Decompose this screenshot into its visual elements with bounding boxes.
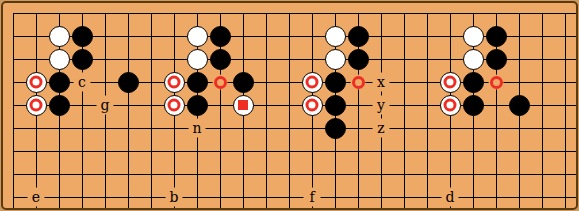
grid-line xyxy=(565,71,566,94)
intersection xyxy=(71,117,94,140)
point-label-z: z xyxy=(373,119,390,138)
intersection xyxy=(531,2,554,25)
grid-line xyxy=(335,140,336,163)
grid-line xyxy=(266,71,267,94)
intersection xyxy=(232,2,255,25)
black-stone xyxy=(187,72,208,93)
point-label-e: e xyxy=(28,188,45,207)
intersection xyxy=(71,25,94,48)
grid-line xyxy=(381,13,382,25)
intersection xyxy=(117,117,140,140)
grid-line xyxy=(151,13,152,25)
intersection xyxy=(531,48,554,71)
grid-line xyxy=(519,71,520,94)
intersection xyxy=(347,71,370,94)
grid-line xyxy=(289,71,290,94)
intersection xyxy=(48,163,71,186)
black-stone xyxy=(118,72,139,93)
point-label-g: g xyxy=(97,96,114,115)
grid-line xyxy=(13,174,25,175)
grid-line xyxy=(289,13,290,25)
black-stone xyxy=(49,72,70,93)
intersection xyxy=(232,25,255,48)
intersection xyxy=(393,71,416,94)
intersection xyxy=(25,163,48,186)
grid-line xyxy=(197,186,198,209)
grid-line xyxy=(312,13,313,25)
point-label-c: c xyxy=(74,73,91,92)
grid-line xyxy=(174,48,175,71)
grid-line xyxy=(450,25,451,48)
grid-line xyxy=(266,94,267,117)
grid-line xyxy=(174,13,175,25)
intersection xyxy=(94,117,117,140)
grid-line xyxy=(289,25,290,48)
red-circle-marker-icon xyxy=(444,99,457,112)
intersection xyxy=(347,25,370,48)
intersection xyxy=(554,71,577,94)
red-circle-marker-icon xyxy=(306,99,319,112)
grid-line xyxy=(13,140,14,163)
grid-line xyxy=(128,117,129,140)
intersection xyxy=(301,94,324,117)
grid-line xyxy=(381,163,382,186)
grid-line xyxy=(565,48,566,71)
labelled-point: c xyxy=(71,71,94,94)
intersection xyxy=(347,117,370,140)
intersection xyxy=(393,117,416,140)
go-board: cgenbxyzfd xyxy=(2,2,577,209)
intersection xyxy=(554,2,577,25)
intersection xyxy=(324,48,347,71)
go-diagram: cgenbxyzfd xyxy=(0,0,579,211)
intersection xyxy=(94,186,117,209)
point-label-b: b xyxy=(166,188,183,207)
intersection xyxy=(347,48,370,71)
grid-line xyxy=(13,13,14,25)
grid-line xyxy=(151,163,152,186)
intersection xyxy=(209,117,232,140)
intersection xyxy=(278,117,301,140)
grid-line xyxy=(13,25,14,48)
intersection xyxy=(508,94,531,117)
intersection xyxy=(462,2,485,25)
white-stone xyxy=(187,49,208,70)
black-stone xyxy=(325,118,346,139)
grid-line xyxy=(36,13,37,25)
grid-line xyxy=(174,25,175,48)
intersection xyxy=(462,25,485,48)
intersection xyxy=(186,163,209,186)
grid-line xyxy=(13,186,14,209)
intersection xyxy=(393,2,416,25)
grid-line xyxy=(220,117,221,140)
intersection xyxy=(554,94,577,117)
intersection xyxy=(462,94,485,117)
point-label-d: d xyxy=(442,188,459,207)
intersection xyxy=(508,140,531,163)
intersection xyxy=(25,117,48,140)
intersection xyxy=(462,117,485,140)
grid-line xyxy=(220,186,221,209)
intersection xyxy=(140,163,163,186)
grid-line xyxy=(289,48,290,71)
grid-line xyxy=(450,117,451,140)
grid-line xyxy=(473,117,474,140)
intersection xyxy=(140,94,163,117)
intersection xyxy=(508,71,531,94)
grid-line xyxy=(243,140,244,163)
grid-line xyxy=(197,163,198,186)
intersection xyxy=(370,140,393,163)
intersection xyxy=(163,117,186,140)
labelled-point: d xyxy=(439,186,462,209)
black-stone xyxy=(325,95,346,116)
grid-line xyxy=(427,71,428,94)
grid-line xyxy=(36,140,37,163)
intersection xyxy=(25,71,48,94)
red-circle-marker-icon xyxy=(30,76,43,89)
intersection xyxy=(232,163,255,186)
labelled-point: n xyxy=(186,117,209,140)
red-circle-marker-icon xyxy=(168,76,181,89)
intersection xyxy=(301,117,324,140)
grid-line xyxy=(220,163,221,186)
grid-line xyxy=(13,151,25,152)
intersection xyxy=(255,48,278,71)
labelled-point: z xyxy=(370,117,393,140)
intersection xyxy=(48,2,71,25)
grid-line xyxy=(220,94,221,117)
intersection xyxy=(209,140,232,163)
intersection xyxy=(232,186,255,209)
intersection xyxy=(347,186,370,209)
intersection xyxy=(2,48,25,71)
grid-line xyxy=(450,48,451,71)
intersection xyxy=(25,25,48,48)
grid-line xyxy=(82,163,83,186)
grid-line xyxy=(266,48,267,71)
intersection xyxy=(554,186,577,209)
grid-line xyxy=(358,186,359,209)
grid-line xyxy=(197,13,198,25)
labelled-point: b xyxy=(163,186,186,209)
intersection xyxy=(508,48,531,71)
grid-line xyxy=(82,117,83,140)
grid-line xyxy=(13,59,25,60)
white-stone xyxy=(463,26,484,47)
intersection xyxy=(209,71,232,94)
intersection xyxy=(25,140,48,163)
white-stone-circled xyxy=(164,72,185,93)
intersection xyxy=(255,71,278,94)
grid-line xyxy=(565,117,566,140)
point-label-f: f xyxy=(304,188,321,207)
intersection xyxy=(278,48,301,71)
black-stone xyxy=(325,72,346,93)
black-stone xyxy=(509,95,530,116)
grid-line xyxy=(243,163,244,186)
grid-line xyxy=(542,140,543,163)
grid-line xyxy=(13,13,25,14)
grid-line xyxy=(542,117,543,140)
intersection xyxy=(186,2,209,25)
intersection xyxy=(485,163,508,186)
grid-line xyxy=(13,71,14,94)
intersection xyxy=(71,163,94,186)
intersection xyxy=(439,94,462,117)
grid-line xyxy=(151,25,152,48)
intersection xyxy=(2,186,25,209)
intersection xyxy=(485,25,508,48)
labelled-point: x xyxy=(370,71,393,94)
grid-line xyxy=(105,48,106,71)
black-stone xyxy=(463,95,484,116)
grid-line xyxy=(289,186,290,209)
grid-line xyxy=(312,140,313,163)
intersection xyxy=(324,163,347,186)
grid-line xyxy=(427,13,428,25)
grid-line xyxy=(404,25,405,48)
grid-line xyxy=(427,117,428,140)
intersection xyxy=(232,94,255,117)
grid-line xyxy=(243,25,244,48)
intersection xyxy=(416,140,439,163)
grid-line xyxy=(335,186,336,209)
black-stone xyxy=(486,26,507,47)
intersection xyxy=(117,94,140,117)
intersection xyxy=(301,25,324,48)
grid-line xyxy=(243,117,244,140)
intersection xyxy=(462,71,485,94)
intersection xyxy=(439,25,462,48)
intersection xyxy=(2,71,25,94)
intersection xyxy=(393,25,416,48)
intersection xyxy=(209,25,232,48)
empty-point-marker xyxy=(351,75,366,90)
grid-line xyxy=(450,140,451,163)
intersection xyxy=(370,186,393,209)
grid-line xyxy=(358,140,359,163)
intersection xyxy=(393,163,416,186)
intersection xyxy=(508,2,531,25)
grid-line xyxy=(404,94,405,117)
red-circle-marker-icon xyxy=(444,76,457,89)
intersection xyxy=(278,186,301,209)
intersection xyxy=(485,186,508,209)
intersection xyxy=(278,71,301,94)
grid-line xyxy=(13,117,14,140)
intersection xyxy=(48,94,71,117)
intersection xyxy=(462,163,485,186)
grid-line xyxy=(565,140,566,163)
black-stone xyxy=(233,72,254,93)
grid-line xyxy=(174,140,175,163)
grid-line xyxy=(59,117,60,140)
grid-line xyxy=(151,186,152,209)
grid-line xyxy=(496,117,497,140)
grid-line xyxy=(128,186,129,209)
grid-line xyxy=(220,140,221,163)
grid-line xyxy=(36,25,37,48)
intersection xyxy=(94,71,117,94)
grid-line xyxy=(542,48,543,71)
black-stone xyxy=(49,95,70,116)
intersection xyxy=(416,186,439,209)
intersection xyxy=(416,48,439,71)
grid-line xyxy=(519,186,520,209)
intersection xyxy=(186,186,209,209)
grid-line xyxy=(519,140,520,163)
intersection xyxy=(48,117,71,140)
intersection xyxy=(140,117,163,140)
intersection xyxy=(255,117,278,140)
grid-line xyxy=(404,48,405,71)
white-stone-circled xyxy=(164,95,185,116)
intersection xyxy=(232,140,255,163)
intersection xyxy=(232,48,255,71)
grid-line xyxy=(542,13,543,25)
intersection xyxy=(301,163,324,186)
intersection xyxy=(163,140,186,163)
grid-line xyxy=(36,163,37,186)
grid-line xyxy=(105,186,106,209)
grid-line xyxy=(427,186,428,209)
intersection xyxy=(209,2,232,25)
red-circle-marker-icon xyxy=(352,76,365,89)
grid-line xyxy=(128,48,129,71)
grid-line xyxy=(105,71,106,94)
intersection xyxy=(347,2,370,25)
grid-line xyxy=(266,186,267,209)
intersection xyxy=(439,140,462,163)
grid-line xyxy=(13,48,14,71)
intersection xyxy=(140,186,163,209)
red-circle-marker-icon xyxy=(214,76,227,89)
grid-line xyxy=(36,48,37,71)
grid-line xyxy=(128,94,129,117)
grid-line xyxy=(519,48,520,71)
black-stone xyxy=(210,26,231,47)
grid-line xyxy=(151,48,152,71)
grid-line xyxy=(174,117,175,140)
intersection xyxy=(163,2,186,25)
grid-line xyxy=(542,186,543,209)
grid-line xyxy=(59,13,60,25)
grid-line xyxy=(266,117,267,140)
intersection xyxy=(485,2,508,25)
intersection xyxy=(462,48,485,71)
intersection xyxy=(2,140,25,163)
labelled-point: e xyxy=(25,186,48,209)
grid-line xyxy=(59,140,60,163)
intersection xyxy=(25,2,48,25)
intersection xyxy=(439,2,462,25)
point-label-n: n xyxy=(189,119,206,138)
intersection xyxy=(255,140,278,163)
intersection xyxy=(255,2,278,25)
intersection xyxy=(255,186,278,209)
intersection xyxy=(117,163,140,186)
red-circle-marker-icon xyxy=(168,99,181,112)
grid-line xyxy=(243,186,244,209)
intersection xyxy=(324,117,347,140)
intersection xyxy=(393,48,416,71)
red-circle-marker-icon xyxy=(30,99,43,112)
intersection xyxy=(94,48,117,71)
grid-line xyxy=(565,186,566,209)
black-stone xyxy=(72,49,93,70)
grid-line xyxy=(427,25,428,48)
black-stone xyxy=(348,49,369,70)
grid-line xyxy=(404,163,405,186)
intersection xyxy=(209,186,232,209)
grid-line xyxy=(381,140,382,163)
grid-line xyxy=(519,25,520,48)
intersection xyxy=(25,94,48,117)
grid-line xyxy=(519,13,520,25)
intersection xyxy=(278,140,301,163)
grid-line xyxy=(496,13,497,25)
grid-line xyxy=(565,25,566,48)
intersection xyxy=(2,117,25,140)
black-stone xyxy=(463,72,484,93)
grid-line xyxy=(473,140,474,163)
intersection xyxy=(485,117,508,140)
intersection xyxy=(485,94,508,117)
grid-line xyxy=(105,13,106,25)
intersection xyxy=(48,25,71,48)
intersection xyxy=(301,48,324,71)
grid-line xyxy=(151,140,152,163)
white-stone xyxy=(325,26,346,47)
intersection xyxy=(255,163,278,186)
intersection xyxy=(508,163,531,186)
grid-line xyxy=(496,163,497,186)
intersection xyxy=(117,186,140,209)
grid-line xyxy=(289,163,290,186)
grid-line xyxy=(151,71,152,94)
grid-line xyxy=(473,163,474,186)
grid-line xyxy=(59,163,60,186)
grid-line xyxy=(496,140,497,163)
grid-line xyxy=(450,13,451,25)
intersection xyxy=(71,140,94,163)
grid-line xyxy=(128,163,129,186)
grid-line xyxy=(427,140,428,163)
grid-line xyxy=(151,117,152,140)
white-stone-circled xyxy=(302,95,323,116)
intersection xyxy=(140,25,163,48)
grid-line xyxy=(427,48,428,71)
white-stone xyxy=(325,49,346,70)
intersection xyxy=(439,117,462,140)
intersection xyxy=(301,140,324,163)
intersection xyxy=(370,48,393,71)
grid-line xyxy=(105,117,106,140)
grid-line xyxy=(450,163,451,186)
grid-line xyxy=(404,140,405,163)
intersection xyxy=(485,140,508,163)
intersection xyxy=(186,48,209,71)
grid-line xyxy=(82,140,83,163)
grid-line xyxy=(335,163,336,186)
intersection xyxy=(94,140,117,163)
grid-line xyxy=(36,117,37,140)
intersection xyxy=(554,25,577,48)
grid-line xyxy=(404,13,405,25)
intersection xyxy=(416,94,439,117)
